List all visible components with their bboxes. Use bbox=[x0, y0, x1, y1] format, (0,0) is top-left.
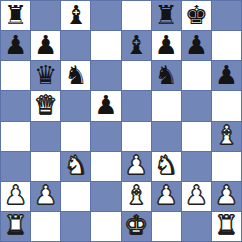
white-rook-h1[interactable]: ♜ bbox=[215, 212, 238, 238]
square-d1[interactable] bbox=[91, 212, 120, 241]
square-a1[interactable]: ♜ bbox=[1, 212, 30, 241]
white-bishop-e2[interactable]: ♝ bbox=[124, 182, 147, 208]
square-g7[interactable]: ♟ bbox=[182, 31, 211, 60]
square-g2[interactable]: ♟ bbox=[182, 182, 211, 211]
square-e4[interactable] bbox=[122, 122, 151, 151]
black-bishop-e7[interactable]: ♝ bbox=[124, 32, 147, 58]
black-queen-b6[interactable]: ♛ bbox=[34, 62, 57, 88]
square-c7[interactable] bbox=[61, 31, 90, 60]
square-e1[interactable]: ♚ bbox=[122, 212, 151, 241]
square-c4[interactable] bbox=[61, 122, 90, 151]
square-c2[interactable] bbox=[61, 182, 90, 211]
black-bishop-c8[interactable]: ♝ bbox=[64, 2, 87, 28]
square-h6[interactable]: ♟ bbox=[212, 61, 241, 90]
white-pawn-h2[interactable]: ♟ bbox=[215, 182, 238, 208]
square-g6[interactable] bbox=[182, 61, 211, 90]
square-e2[interactable]: ♝ bbox=[122, 182, 151, 211]
black-pawn-f7[interactable]: ♟ bbox=[155, 32, 178, 58]
square-a2[interactable]: ♟ bbox=[1, 182, 30, 211]
square-e3[interactable]: ♟ bbox=[122, 152, 151, 181]
white-pawn-g2[interactable]: ♟ bbox=[185, 182, 208, 208]
square-h7[interactable] bbox=[212, 31, 241, 60]
square-a5[interactable] bbox=[1, 91, 30, 120]
white-rook-a1[interactable]: ♜ bbox=[4, 212, 27, 238]
square-a6[interactable] bbox=[1, 61, 30, 90]
square-d4[interactable] bbox=[91, 122, 120, 151]
white-knight-c3[interactable]: ♞ bbox=[64, 152, 87, 178]
square-e5[interactable] bbox=[122, 91, 151, 120]
square-c1[interactable] bbox=[61, 212, 90, 241]
square-b1[interactable] bbox=[31, 212, 60, 241]
black-king-g8[interactable]: ♚ bbox=[185, 2, 208, 28]
square-a7[interactable]: ♟ bbox=[1, 31, 30, 60]
square-d6[interactable] bbox=[91, 61, 120, 90]
square-h1[interactable]: ♜ bbox=[212, 212, 241, 241]
square-e6[interactable] bbox=[122, 61, 151, 90]
chess-board: ♜♝♜♚♟♟♝♟♟♛♞♞♟♛♟♝♞♟♞♟♟♝♟♟♟♜♚♜ bbox=[0, 0, 242, 242]
square-f8[interactable]: ♜ bbox=[152, 1, 181, 30]
black-pawn-g7[interactable]: ♟ bbox=[185, 32, 208, 58]
white-pawn-b2[interactable]: ♟ bbox=[34, 182, 57, 208]
square-d3[interactable] bbox=[91, 152, 120, 181]
square-f3[interactable]: ♞ bbox=[152, 152, 181, 181]
white-knight-f3[interactable]: ♞ bbox=[155, 152, 178, 178]
square-d7[interactable] bbox=[91, 31, 120, 60]
square-d8[interactable] bbox=[91, 1, 120, 30]
square-b8[interactable] bbox=[31, 1, 60, 30]
square-d5[interactable]: ♟ bbox=[91, 91, 120, 120]
white-queen-b5[interactable]: ♛ bbox=[34, 92, 57, 118]
square-g3[interactable] bbox=[182, 152, 211, 181]
square-c5[interactable] bbox=[61, 91, 90, 120]
square-g4[interactable] bbox=[182, 122, 211, 151]
square-a4[interactable] bbox=[1, 122, 30, 151]
square-d2[interactable] bbox=[91, 182, 120, 211]
square-g1[interactable] bbox=[182, 212, 211, 241]
square-f1[interactable] bbox=[152, 212, 181, 241]
square-f7[interactable]: ♟ bbox=[152, 31, 181, 60]
square-b3[interactable] bbox=[31, 152, 60, 181]
square-f4[interactable] bbox=[152, 122, 181, 151]
white-pawn-e3[interactable]: ♟ bbox=[124, 152, 147, 178]
white-bishop-h4[interactable]: ♝ bbox=[215, 122, 238, 148]
square-f6[interactable]: ♞ bbox=[152, 61, 181, 90]
square-a8[interactable]: ♜ bbox=[1, 1, 30, 30]
black-knight-f6[interactable]: ♞ bbox=[155, 62, 178, 88]
square-g5[interactable] bbox=[182, 91, 211, 120]
black-knight-c6[interactable]: ♞ bbox=[64, 62, 87, 88]
square-c6[interactable]: ♞ bbox=[61, 61, 90, 90]
black-pawn-h6[interactable]: ♟ bbox=[215, 62, 238, 88]
square-h3[interactable] bbox=[212, 152, 241, 181]
white-pawn-a2[interactable]: ♟ bbox=[4, 182, 27, 208]
square-h8[interactable] bbox=[212, 1, 241, 30]
square-b4[interactable] bbox=[31, 122, 60, 151]
square-f5[interactable] bbox=[152, 91, 181, 120]
square-b5[interactable]: ♛ bbox=[31, 91, 60, 120]
black-rook-f8[interactable]: ♜ bbox=[155, 2, 178, 28]
square-c3[interactable]: ♞ bbox=[61, 152, 90, 181]
square-b2[interactable]: ♟ bbox=[31, 182, 60, 211]
square-b7[interactable]: ♟ bbox=[31, 31, 60, 60]
black-pawn-b7[interactable]: ♟ bbox=[34, 32, 57, 58]
square-h4[interactable]: ♝ bbox=[212, 122, 241, 151]
square-f2[interactable]: ♟ bbox=[152, 182, 181, 211]
white-pawn-f2[interactable]: ♟ bbox=[155, 182, 178, 208]
square-e7[interactable]: ♝ bbox=[122, 31, 151, 60]
white-king-e1[interactable]: ♚ bbox=[124, 212, 147, 238]
square-e8[interactable] bbox=[122, 1, 151, 30]
square-h2[interactable]: ♟ bbox=[212, 182, 241, 211]
square-g8[interactable]: ♚ bbox=[182, 1, 211, 30]
square-c8[interactable]: ♝ bbox=[61, 1, 90, 30]
black-rook-a8[interactable]: ♜ bbox=[4, 2, 27, 28]
square-b6[interactable]: ♛ bbox=[31, 61, 60, 90]
square-h5[interactable] bbox=[212, 91, 241, 120]
black-pawn-d5[interactable]: ♟ bbox=[94, 92, 117, 118]
black-pawn-a7[interactable]: ♟ bbox=[4, 32, 27, 58]
square-a3[interactable] bbox=[1, 152, 30, 181]
